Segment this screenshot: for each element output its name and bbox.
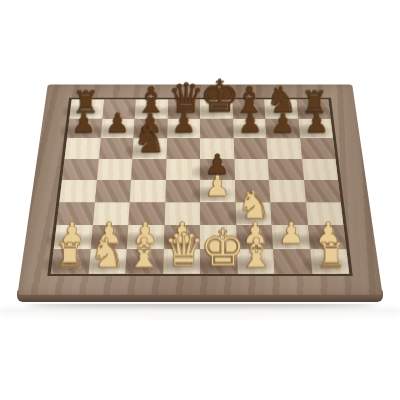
piece-black-pawn-f7: ♟ [233, 111, 266, 137]
piece-black-pawn-h7: ♟ [300, 111, 333, 137]
square-h1: ♜ [310, 249, 350, 274]
piece-white-rook-a1: ♜ [51, 239, 88, 272]
square-f7: ♟ [233, 118, 267, 138]
board-grid: ♜♝♛♚♝♞♜♟♟♟♟♟♟♟♞♟♟♞♟♟♟♟♟♟♟♜♞♝♛♚♝♜ [47, 98, 353, 276]
piece-white-bishop-c1: ♝ [125, 233, 162, 272]
piece-black-pawn-b7: ♟ [100, 111, 133, 137]
square-b7: ♟ [100, 118, 134, 138]
square-f6 [233, 138, 267, 158]
square-b4 [95, 180, 131, 202]
square-d6 [166, 138, 200, 158]
square-f5 [234, 159, 269, 180]
square-h5 [302, 159, 338, 180]
square-b5 [97, 159, 133, 180]
square-a6 [65, 138, 101, 158]
square-a5 [62, 159, 98, 180]
piece-black-king-e8: ♚ [200, 75, 233, 117]
square-e1: ♚ [200, 249, 237, 274]
piece-white-queen-d1: ♛ [163, 228, 200, 272]
table-surface-highlight [0, 308, 400, 318]
square-a1: ♜ [51, 249, 91, 274]
square-h4 [304, 180, 341, 202]
piece-black-pawn-g7: ♟ [266, 111, 299, 137]
perspective-stage: ♜♝♛♚♝♞♜♟♟♟♟♟♟♟♞♟♟♞♟♟♟♟♟♟♟♜♞♝♛♚♝♜ [0, 0, 400, 400]
piece-black-knight-c6: ♞ [132, 122, 166, 157]
piece-black-pawn-d7: ♟ [167, 111, 200, 137]
square-c5 [131, 159, 166, 180]
square-f1: ♝ [237, 249, 275, 274]
chessboard-photo: ♜♝♛♚♝♞♜♟♟♟♟♟♟♟♞♟♟♞♟♟♟♟♟♟♟♜♞♝♛♚♝♜ [0, 0, 400, 400]
piece-white-bishop-f1: ♝ [237, 233, 274, 272]
square-g2: ♟ [272, 225, 310, 249]
square-e4: ♟ [200, 180, 235, 202]
piece-white-pawn-g2: ♟ [273, 219, 310, 247]
square-c1: ♝ [125, 249, 163, 274]
square-a7: ♟ [67, 118, 102, 138]
square-e8: ♚ [200, 99, 233, 118]
piece-white-pawn-e4: ♟ [200, 174, 235, 201]
square-h6 [300, 138, 336, 158]
piece-white-knight-b1: ♞ [88, 233, 125, 272]
piece-white-rook-h1: ♜ [312, 239, 349, 272]
square-a4 [59, 180, 96, 202]
piece-black-pawn-a7: ♟ [67, 111, 100, 137]
square-b1: ♞ [88, 249, 127, 274]
square-c4 [130, 180, 166, 202]
piece-white-king-e1: ♚ [200, 224, 237, 272]
square-g6 [266, 138, 301, 158]
square-c6: ♞ [132, 138, 166, 158]
square-g5 [268, 159, 304, 180]
square-h7: ♟ [298, 118, 333, 138]
square-d7: ♟ [167, 118, 200, 138]
square-g7: ♟ [265, 118, 299, 138]
square-g4 [269, 180, 305, 202]
square-d1: ♛ [163, 249, 200, 274]
board-frame: ♜♝♛♚♝♞♜♟♟♟♟♟♟♟♞♟♟♞♟♟♟♟♟♟♟♜♞♝♛♚♝♜ [17, 84, 382, 294]
